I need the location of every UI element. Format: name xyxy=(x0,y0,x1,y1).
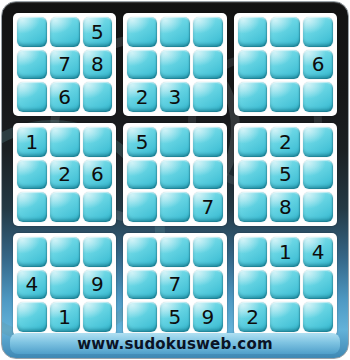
cell-r4c9[interactable] xyxy=(303,127,333,157)
cell-r7c9[interactable]: 4 xyxy=(303,237,333,267)
cell-r7c6[interactable] xyxy=(193,237,223,267)
cell-r9c2[interactable]: 1 xyxy=(50,302,80,332)
footer-bar: www.sudokusweb.com xyxy=(10,333,340,354)
cell-r1c6[interactable] xyxy=(193,17,223,47)
cell-r5c9[interactable] xyxy=(303,160,333,190)
cell-r1c3[interactable]: 5 xyxy=(83,17,113,47)
cell-r1c1[interactable] xyxy=(17,17,47,47)
cell-r9c6[interactable]: 9 xyxy=(193,302,223,332)
cell-r8c7[interactable] xyxy=(238,270,268,300)
cell-r9c9[interactable] xyxy=(303,302,333,332)
box-7: 491 xyxy=(13,233,116,336)
sudoku-widget: 578623612657258491759142 www.sudokusweb.… xyxy=(1,1,349,359)
cell-r8c4[interactable] xyxy=(127,270,157,300)
cell-r2c8[interactable] xyxy=(270,50,300,80)
box-4: 126 xyxy=(13,123,116,226)
cell-r5c1[interactable] xyxy=(17,160,47,190)
cell-r4c8[interactable]: 2 xyxy=(270,127,300,157)
cell-r7c8[interactable]: 1 xyxy=(270,237,300,267)
box-5: 57 xyxy=(123,123,226,226)
cell-r8c5[interactable]: 7 xyxy=(160,270,190,300)
cell-r6c5[interactable] xyxy=(160,192,190,222)
cell-r4c7[interactable] xyxy=(238,127,268,157)
cell-r2c1[interactable] xyxy=(17,50,47,80)
cell-r1c2[interactable] xyxy=(50,17,80,47)
cell-r5c8[interactable]: 5 xyxy=(270,160,300,190)
box-6: 258 xyxy=(234,123,337,226)
cell-r1c8[interactable] xyxy=(270,17,300,47)
cell-r3c9[interactable] xyxy=(303,82,333,112)
page: { "game": "sudoku", "position": { "rows"… xyxy=(0,0,350,360)
cell-r4c5[interactable] xyxy=(160,127,190,157)
cell-r4c2[interactable] xyxy=(50,127,80,157)
cell-r2c7[interactable] xyxy=(238,50,268,80)
cell-r2c6[interactable] xyxy=(193,50,223,80)
cell-r3c3[interactable] xyxy=(83,82,113,112)
cell-r9c4[interactable] xyxy=(127,302,157,332)
cell-r6c8[interactable]: 8 xyxy=(270,192,300,222)
cell-r5c6[interactable] xyxy=(193,160,223,190)
cell-r3c2[interactable]: 6 xyxy=(50,82,80,112)
cell-r3c1[interactable] xyxy=(17,82,47,112)
cell-r3c7[interactable] xyxy=(238,82,268,112)
cell-r9c5[interactable]: 5 xyxy=(160,302,190,332)
cell-r8c8[interactable] xyxy=(270,270,300,300)
cell-r1c9[interactable] xyxy=(303,17,333,47)
box-3: 6 xyxy=(234,13,337,116)
cell-r8c6[interactable] xyxy=(193,270,223,300)
cell-r9c7[interactable]: 2 xyxy=(238,302,268,332)
cell-r3c4[interactable]: 2 xyxy=(127,82,157,112)
cell-r9c3[interactable] xyxy=(83,302,113,332)
cell-r7c3[interactable] xyxy=(83,237,113,267)
cell-r4c3[interactable] xyxy=(83,127,113,157)
cell-r6c1[interactable] xyxy=(17,192,47,222)
cell-r5c3[interactable]: 6 xyxy=(83,160,113,190)
cell-r1c4[interactable] xyxy=(127,17,157,47)
cell-r2c2[interactable]: 7 xyxy=(50,50,80,80)
box-9: 142 xyxy=(234,233,337,336)
cell-r8c9[interactable] xyxy=(303,270,333,300)
cell-r6c4[interactable] xyxy=(127,192,157,222)
cell-r6c3[interactable] xyxy=(83,192,113,222)
cell-r5c4[interactable] xyxy=(127,160,157,190)
cell-r8c1[interactable]: 4 xyxy=(17,270,47,300)
box-1: 5786 xyxy=(13,13,116,116)
cell-r3c6[interactable] xyxy=(193,82,223,112)
cell-r6c9[interactable] xyxy=(303,192,333,222)
cell-r2c3[interactable]: 8 xyxy=(83,50,113,80)
cell-r9c1[interactable] xyxy=(17,302,47,332)
cell-r7c7[interactable] xyxy=(238,237,268,267)
cell-r2c5[interactable] xyxy=(160,50,190,80)
cell-r1c7[interactable] xyxy=(238,17,268,47)
cell-r7c4[interactable] xyxy=(127,237,157,267)
site-url[interactable]: www.sudokusweb.com xyxy=(77,335,272,353)
cell-r7c1[interactable] xyxy=(17,237,47,267)
cell-r2c9[interactable]: 6 xyxy=(303,50,333,80)
cell-r8c2[interactable] xyxy=(50,270,80,300)
cell-r9c8[interactable] xyxy=(270,302,300,332)
cell-r3c8[interactable] xyxy=(270,82,300,112)
box-8: 759 xyxy=(123,233,226,336)
cell-r1c5[interactable] xyxy=(160,17,190,47)
cell-r7c2[interactable] xyxy=(50,237,80,267)
cell-r4c1[interactable]: 1 xyxy=(17,127,47,157)
cell-r6c6[interactable]: 7 xyxy=(193,192,223,222)
cell-r7c5[interactable] xyxy=(160,237,190,267)
cell-r3c5[interactable]: 3 xyxy=(160,82,190,112)
cell-r4c6[interactable] xyxy=(193,127,223,157)
cell-r5c7[interactable] xyxy=(238,160,268,190)
cell-r6c7[interactable] xyxy=(238,192,268,222)
cell-r5c5[interactable] xyxy=(160,160,190,190)
cell-r2c4[interactable] xyxy=(127,50,157,80)
box-2: 23 xyxy=(123,13,226,116)
cell-r4c4[interactable]: 5 xyxy=(127,127,157,157)
cell-r6c2[interactable] xyxy=(50,192,80,222)
cell-r5c2[interactable]: 2 xyxy=(50,160,80,190)
sudoku-board: 578623612657258491759142 xyxy=(13,13,337,336)
cell-r8c3[interactable]: 9 xyxy=(83,270,113,300)
